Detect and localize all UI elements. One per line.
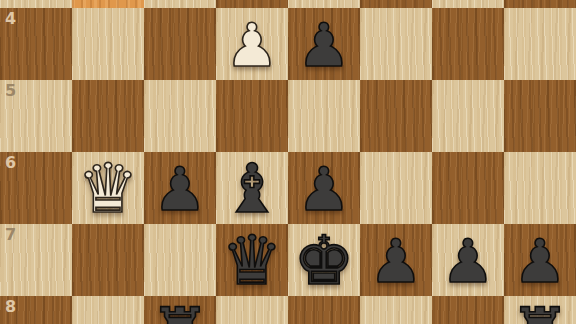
square-b7[interactable]: ♟: [432, 224, 504, 296]
black-queen[interactable]: ♛: [222, 227, 283, 295]
rank-label-7: 7: [5, 227, 16, 243]
square-b3[interactable]: [432, 0, 504, 8]
black-pawn[interactable]: ♟: [153, 159, 207, 219]
white-queen[interactable]: ♛: [78, 155, 139, 223]
chess-board-viewport: 4♟♟56♛♟♝♟7♛♚♟♟♟8♜♜: [0, 0, 576, 324]
white-pawn[interactable]: ♟: [225, 15, 279, 75]
square-a5[interactable]: [504, 80, 576, 152]
square-g3-last-move-highlight[interactable]: [72, 0, 144, 8]
rank-label-4: 4: [5, 11, 16, 27]
black-king[interactable]: ♚: [294, 227, 355, 295]
black-pawn[interactable]: ♟: [297, 15, 351, 75]
square-b6[interactable]: [432, 152, 504, 224]
black-rook[interactable]: ♜: [150, 299, 211, 324]
square-e7[interactable]: ♛: [216, 224, 288, 296]
square-e4[interactable]: ♟: [216, 8, 288, 80]
square-a8[interactable]: ♜: [504, 296, 576, 324]
black-pawn[interactable]: ♟: [513, 231, 567, 291]
square-b8[interactable]: [432, 296, 504, 324]
square-b5[interactable]: [432, 80, 504, 152]
rank-label-6: 6: [5, 155, 16, 171]
square-a6[interactable]: [504, 152, 576, 224]
square-d8[interactable]: [288, 296, 360, 324]
square-e6[interactable]: ♝: [216, 152, 288, 224]
black-pawn[interactable]: ♟: [369, 231, 423, 291]
black-rook[interactable]: ♜: [510, 299, 571, 324]
black-pawn[interactable]: ♟: [297, 159, 351, 219]
square-h5[interactable]: 5: [0, 80, 72, 152]
square-a7[interactable]: ♟: [504, 224, 576, 296]
square-a3[interactable]: [504, 0, 576, 8]
square-c3[interactable]: [360, 0, 432, 8]
square-f5[interactable]: [144, 80, 216, 152]
square-d7[interactable]: ♚: [288, 224, 360, 296]
square-h6[interactable]: 6: [0, 152, 72, 224]
chess-board: 4♟♟56♛♟♝♟7♛♚♟♟♟8♜♜: [0, 0, 576, 324]
square-c4[interactable]: [360, 8, 432, 80]
square-f4[interactable]: [144, 8, 216, 80]
square-f6[interactable]: ♟: [144, 152, 216, 224]
square-f8[interactable]: ♜: [144, 296, 216, 324]
square-g5[interactable]: [72, 80, 144, 152]
square-g6[interactable]: ♛: [72, 152, 144, 224]
square-c8[interactable]: [360, 296, 432, 324]
square-a4[interactable]: [504, 8, 576, 80]
square-e5[interactable]: [216, 80, 288, 152]
square-c5[interactable]: [360, 80, 432, 152]
square-f7[interactable]: [144, 224, 216, 296]
black-bishop[interactable]: ♝: [222, 155, 283, 223]
square-b4[interactable]: [432, 8, 504, 80]
rank-label-8: 8: [5, 299, 16, 315]
square-d4[interactable]: ♟: [288, 8, 360, 80]
square-g8[interactable]: [72, 296, 144, 324]
square-c6[interactable]: [360, 152, 432, 224]
square-d3[interactable]: [288, 0, 360, 8]
square-g7[interactable]: [72, 224, 144, 296]
square-g4[interactable]: [72, 8, 144, 80]
square-h4[interactable]: 4: [0, 8, 72, 80]
square-f3[interactable]: [144, 0, 216, 8]
square-d6[interactable]: ♟: [288, 152, 360, 224]
square-e8[interactable]: [216, 296, 288, 324]
square-h3[interactable]: [0, 0, 72, 8]
square-c7[interactable]: ♟: [360, 224, 432, 296]
square-h7[interactable]: 7: [0, 224, 72, 296]
square-d5[interactable]: [288, 80, 360, 152]
square-h8[interactable]: 8: [0, 296, 72, 324]
black-pawn[interactable]: ♟: [441, 231, 495, 291]
square-e3[interactable]: [216, 0, 288, 8]
rank-label-5: 5: [5, 83, 16, 99]
